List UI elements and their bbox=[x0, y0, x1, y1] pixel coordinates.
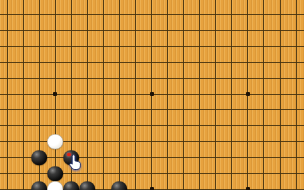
star-point bbox=[150, 92, 154, 96]
go-board-view bbox=[0, 0, 304, 190]
grid-line-horizontal bbox=[0, 62, 304, 63]
go-board[interactable] bbox=[0, 0, 304, 190]
grid-line-vertical bbox=[119, 0, 120, 190]
grid-line-horizontal bbox=[0, 46, 304, 47]
grid-line-horizontal bbox=[0, 109, 304, 110]
grid-line-horizontal bbox=[0, 125, 304, 126]
grid-line-vertical bbox=[7, 0, 8, 190]
grid-line-horizontal bbox=[0, 141, 304, 142]
star-point bbox=[53, 92, 57, 96]
black-stone bbox=[31, 182, 47, 190]
white-stone bbox=[47, 182, 63, 190]
black-stone bbox=[80, 182, 96, 190]
grid-line-vertical bbox=[167, 0, 168, 190]
grid-line-vertical bbox=[231, 0, 232, 190]
black-stone bbox=[112, 182, 128, 190]
grid-line-vertical bbox=[215, 0, 216, 190]
grid-line-vertical bbox=[103, 0, 104, 190]
black-stone bbox=[47, 166, 63, 182]
grid-line-vertical bbox=[183, 0, 184, 190]
grid-line-horizontal bbox=[0, 173, 304, 174]
black-stone bbox=[63, 182, 79, 190]
grid-line-vertical bbox=[135, 0, 136, 190]
grid-line-horizontal bbox=[0, 30, 304, 31]
grid-line-vertical bbox=[23, 0, 24, 190]
grid-line-vertical bbox=[280, 0, 281, 190]
grid-line-horizontal bbox=[0, 78, 304, 79]
grid-line-vertical bbox=[296, 0, 297, 190]
grid-line-vertical bbox=[87, 0, 88, 190]
white-stone bbox=[47, 134, 63, 150]
black-stone bbox=[63, 150, 79, 166]
black-stone bbox=[31, 150, 47, 166]
star-point bbox=[150, 187, 154, 190]
grid-line-vertical bbox=[199, 0, 200, 190]
grid-line-horizontal bbox=[0, 14, 304, 15]
grid-line-vertical bbox=[263, 0, 264, 190]
star-point bbox=[246, 92, 250, 96]
star-point bbox=[246, 187, 250, 190]
